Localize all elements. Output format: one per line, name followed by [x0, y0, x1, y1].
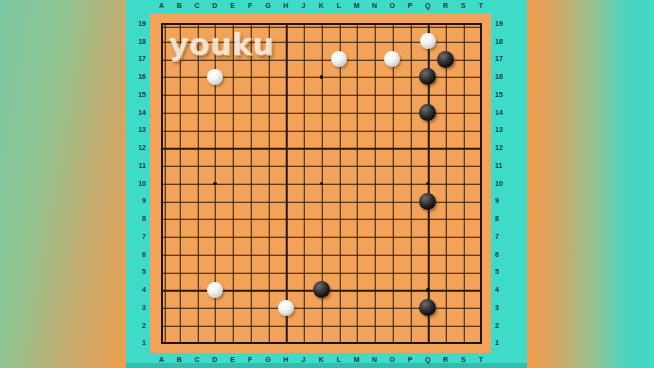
black-stone [419, 104, 436, 121]
row-label: 14 [138, 109, 146, 116]
col-label: J [302, 356, 306, 363]
col-label: S [461, 2, 466, 9]
row-label: 16 [495, 73, 503, 80]
background-blur-left [0, 0, 127, 368]
row-label: 8 [142, 215, 146, 222]
row-label: 9 [495, 197, 499, 204]
col-label: M [354, 356, 360, 363]
col-label: Q [425, 356, 430, 363]
row-label: 4 [495, 286, 499, 293]
row-label: 16 [138, 73, 146, 80]
row-label: 3 [142, 304, 146, 311]
row-label: 11 [495, 162, 502, 169]
col-label: T [479, 356, 483, 363]
stone-layer [153, 15, 490, 352]
col-label: O [389, 2, 394, 9]
row-label: 17 [138, 55, 146, 62]
row-label: 1 [495, 339, 499, 346]
white-stone [207, 69, 223, 85]
row-label: 18 [138, 38, 146, 45]
row-label: 8 [495, 215, 499, 222]
white-stone [420, 33, 436, 49]
row-labels-left: 19181716151413121110987654321 [126, 15, 146, 352]
row-label: 14 [495, 109, 503, 116]
col-label: D [212, 356, 217, 363]
white-stone [331, 51, 347, 67]
col-label: J [302, 2, 306, 9]
col-label: P [408, 2, 413, 9]
col-label: H [283, 356, 288, 363]
black-stone [419, 68, 436, 85]
col-label: K [319, 356, 324, 363]
col-label: D [212, 2, 217, 9]
col-label: H [283, 2, 288, 9]
col-label: C [194, 356, 199, 363]
col-label: C [194, 2, 199, 9]
black-stone [437, 51, 454, 68]
col-label: F [248, 2, 252, 9]
row-label: 19 [138, 20, 146, 27]
col-label: M [354, 2, 360, 9]
video-frame[interactable]: ABCDEFGHJKLMNOPQRST ABCDEFGHJKLMNOPQRST … [0, 0, 654, 368]
col-label: Q [425, 2, 430, 9]
row-label: 19 [495, 20, 503, 27]
col-label: T [479, 2, 483, 9]
board-frame: ABCDEFGHJKLMNOPQRST ABCDEFGHJKLMNOPQRST … [126, 0, 527, 368]
col-label: E [230, 2, 235, 9]
col-label: K [319, 2, 324, 9]
row-label: 10 [495, 180, 503, 187]
col-label: R [443, 356, 448, 363]
row-label: 10 [138, 180, 146, 187]
col-label: G [265, 356, 270, 363]
white-stone [278, 300, 294, 316]
row-label: 7 [495, 233, 499, 240]
col-label: O [389, 356, 394, 363]
row-label: 4 [142, 286, 146, 293]
row-labels-right: 19181716151413121110987654321 [491, 15, 525, 352]
bottom-shade [126, 363, 527, 368]
white-stone [207, 282, 223, 298]
col-label: E [230, 356, 235, 363]
goban: youku [150, 13, 491, 353]
row-label: 18 [495, 38, 503, 45]
col-label: A [159, 2, 164, 9]
row-label: 15 [495, 91, 503, 98]
row-label: 9 [142, 197, 146, 204]
col-label: R [443, 2, 448, 9]
row-label: 11 [139, 162, 146, 169]
row-label: 15 [138, 91, 146, 98]
row-label: 1 [142, 339, 146, 346]
row-label: 13 [495, 126, 503, 133]
column-labels-top: ABCDEFGHJKLMNOPQRST [153, 0, 490, 12]
background-blur-right [527, 0, 654, 368]
youku-watermark: youku [169, 30, 274, 60]
row-label: 5 [495, 268, 499, 275]
black-stone [313, 281, 330, 298]
row-label: 13 [138, 126, 146, 133]
white-stone [384, 51, 400, 67]
col-label: F [248, 356, 252, 363]
col-label: N [372, 356, 377, 363]
row-label: 12 [495, 144, 503, 151]
col-label: G [265, 2, 270, 9]
col-label: N [372, 2, 377, 9]
row-label: 2 [495, 322, 499, 329]
col-label: P [408, 356, 413, 363]
col-label: S [461, 356, 466, 363]
row-label: 6 [495, 251, 499, 258]
row-label: 6 [142, 251, 146, 258]
row-label: 3 [495, 304, 499, 311]
row-label: 7 [142, 233, 146, 240]
black-stone [419, 193, 436, 210]
black-stone [419, 299, 436, 316]
col-label: A [159, 356, 164, 363]
row-label: 2 [142, 322, 146, 329]
col-label: L [337, 356, 341, 363]
col-label: B [177, 356, 182, 363]
row-label: 12 [138, 144, 146, 151]
row-label: 5 [142, 268, 146, 275]
row-label: 17 [495, 55, 503, 62]
col-label: B [177, 2, 182, 9]
col-label: L [337, 2, 341, 9]
